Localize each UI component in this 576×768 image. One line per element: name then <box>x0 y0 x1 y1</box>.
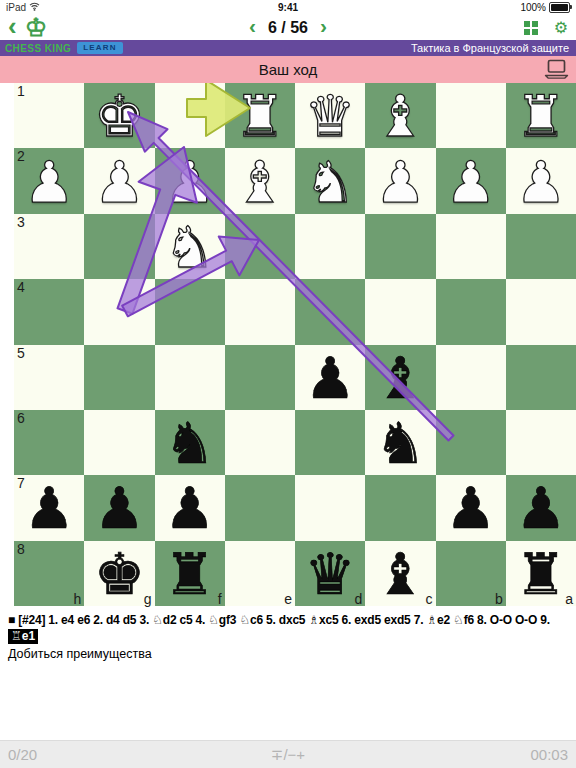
black-bishop[interactable]: ♝ <box>375 546 426 603</box>
nav-bar: ‹ ♔ ‹ 6 / 56 › ⚙ <box>0 15 576 40</box>
square-f4[interactable] <box>155 279 225 344</box>
square-g6[interactable] <box>84 410 154 475</box>
back-button[interactable]: ‹ <box>8 15 17 37</box>
learn-badge: LEARN <box>77 42 123 54</box>
black-pawn[interactable]: ♟ <box>445 480 496 537</box>
square-a5[interactable] <box>506 345 576 410</box>
puzzle-goal-text: Добиться преимущества <box>8 647 570 661</box>
black-pawn[interactable]: ♟ <box>24 480 75 537</box>
square-h4[interactable]: 4 <box>14 279 84 344</box>
white-queen[interactable]: ♛ <box>305 88 356 145</box>
file-label-h: h <box>73 591 81 607</box>
square-a8[interactable]: a♜ <box>506 541 576 606</box>
square-g2[interactable]: ♟ <box>84 148 154 213</box>
square-h3[interactable]: 3 <box>14 214 84 279</box>
square-d6[interactable] <box>295 410 365 475</box>
square-c5[interactable]: ♝ <box>365 345 435 410</box>
square-c8[interactable]: c♝ <box>365 541 435 606</box>
white-pawn[interactable]: ♟ <box>164 154 215 211</box>
square-a3[interactable] <box>506 214 576 279</box>
chess-king-logo-icon[interactable]: ♔ <box>25 15 47 40</box>
square-c7[interactable] <box>365 475 435 540</box>
rank-label-1: 1 <box>17 83 25 99</box>
square-h1[interactable]: 1 <box>14 83 84 148</box>
computer-opponent-icon[interactable] <box>544 59 569 84</box>
square-e3[interactable] <box>225 214 295 279</box>
rank-label-5: 5 <box>17 345 25 361</box>
square-c1[interactable]: ♝ <box>365 83 435 148</box>
rank-label-7: 7 <box>17 475 25 491</box>
square-f6[interactable]: ♞ <box>155 410 225 475</box>
square-a7[interactable]: ♟ <box>506 475 576 540</box>
square-b6[interactable] <box>436 410 506 475</box>
rank-label-2: 2 <box>17 148 25 164</box>
square-d2[interactable]: ♞ <box>295 148 365 213</box>
settings-gear-icon[interactable]: ⚙ <box>554 20 568 36</box>
black-rook[interactable]: ♜ <box>164 546 215 603</box>
square-b8[interactable]: b <box>436 541 506 606</box>
square-c2[interactable]: ♟ <box>365 148 435 213</box>
square-f3[interactable]: ♞ <box>155 214 225 279</box>
white-pawn[interactable]: ♟ <box>445 154 496 211</box>
square-d8[interactable]: d♛ <box>295 541 365 606</box>
square-e2[interactable]: ♝ <box>225 148 295 213</box>
file-label-d: d <box>354 591 362 607</box>
square-e8[interactable]: e <box>225 541 295 606</box>
wifi-icon <box>29 2 40 13</box>
square-b4[interactable] <box>436 279 506 344</box>
square-h2[interactable]: 2♟ <box>14 148 84 213</box>
square-a1[interactable]: ♜ <box>506 83 576 148</box>
next-puzzle-button[interactable]: › <box>320 17 327 35</box>
score-counter: 0/20 <box>8 746 37 763</box>
square-f2[interactable]: ♟ <box>155 148 225 213</box>
clock-time: 9:41 <box>278 2 298 13</box>
puzzle-counter: 6 / 56 <box>268 19 308 37</box>
square-h8[interactable]: 8h <box>14 541 84 606</box>
rank-label-3: 3 <box>17 214 25 230</box>
file-label-f: f <box>218 591 222 607</box>
black-rook[interactable]: ♜ <box>515 546 566 603</box>
black-knight[interactable]: ♞ <box>164 415 215 472</box>
square-e6[interactable] <box>225 410 295 475</box>
rank-label-8: 8 <box>17 541 25 557</box>
square-h5[interactable]: 5 <box>14 345 84 410</box>
square-d5[interactable]: ♟ <box>295 345 365 410</box>
white-bishop[interactable]: ♝ <box>234 154 285 211</box>
turn-banner: Ваш ход <box>0 56 576 83</box>
square-c6[interactable]: ♞ <box>365 410 435 475</box>
move-list[interactable]: ■ [#24] 1. e4 e6 2. d4 d5 3. ♘d2 c5 4. ♘… <box>8 613 570 627</box>
white-pawn[interactable]: ♟ <box>94 154 145 211</box>
file-label-c: c <box>426 591 433 607</box>
square-f7[interactable]: ♟ <box>155 475 225 540</box>
black-king[interactable]: ♚ <box>94 546 145 603</box>
white-king[interactable]: ♚ <box>94 88 145 145</box>
battery-icon <box>549 2 570 13</box>
battery-percent: 100% <box>520 2 546 13</box>
moves-panel: ■ [#24] 1. e4 e6 2. d4 d5 3. ♘d2 c5 4. ♘… <box>0 606 576 661</box>
square-c3[interactable] <box>365 214 435 279</box>
white-rook[interactable]: ♜ <box>234 88 285 145</box>
square-f8[interactable]: f♜ <box>155 541 225 606</box>
square-b1[interactable] <box>436 83 506 148</box>
square-f5[interactable] <box>155 345 225 410</box>
timer-label: 00:03 <box>530 746 568 763</box>
app-name: CHESS KING <box>5 43 71 54</box>
black-pawn[interactable]: ♟ <box>515 480 566 537</box>
square-h6[interactable]: 6 <box>14 410 84 475</box>
square-a4[interactable] <box>506 279 576 344</box>
course-title: Тактика в Французской защите <box>411 42 571 54</box>
square-g4[interactable] <box>84 279 154 344</box>
black-pawn[interactable]: ♟ <box>164 480 215 537</box>
square-b3[interactable] <box>436 214 506 279</box>
turn-banner-text: Ваш ход <box>259 61 318 78</box>
white-rook[interactable]: ♜ <box>515 88 566 145</box>
black-queen[interactable]: ♛ <box>305 546 356 603</box>
bottom-bar: 0/20 ∓/−+ 00:03 <box>0 740 576 768</box>
square-h7[interactable]: 7♟ <box>14 475 84 540</box>
square-b2[interactable]: ♟ <box>436 148 506 213</box>
square-a2[interactable]: ♟ <box>506 148 576 213</box>
square-e5[interactable] <box>225 345 295 410</box>
square-b5[interactable] <box>436 345 506 410</box>
square-e7[interactable] <box>225 475 295 540</box>
white-bishop[interactable]: ♝ <box>375 88 426 145</box>
rank-label-6: 6 <box>17 410 25 426</box>
prev-puzzle-button[interactable]: ‹ <box>249 17 256 35</box>
square-b7[interactable]: ♟ <box>436 475 506 540</box>
app-screen: iPad 9:41 100% ‹ ♔ ‹ 6 / 56 › ⚙ CHESS KI… <box>0 0 576 768</box>
square-d4[interactable] <box>295 279 365 344</box>
square-e4[interactable] <box>225 279 295 344</box>
square-g7[interactable]: ♟ <box>84 475 154 540</box>
square-d3[interactable] <box>295 214 365 279</box>
black-pawn[interactable]: ♟ <box>94 480 145 537</box>
brand-bar: CHESS KING LEARN Тактика в Французской з… <box>0 40 576 56</box>
rank-label-4: 4 <box>17 279 25 295</box>
black-bishop[interactable]: ♝ <box>375 350 426 407</box>
square-e1[interactable]: ♜ <box>225 83 295 148</box>
chess-board: 1♚♜♛♝♜2♟♟♟♝♞♟♟♟3♞45♟♝6♞♞7♟♟♟♟♟8hg♚f♜ed♛c… <box>14 83 576 606</box>
square-d1[interactable]: ♛ <box>295 83 365 148</box>
square-g1[interactable]: ♚ <box>84 83 154 148</box>
white-knight[interactable]: ♞ <box>305 154 356 211</box>
square-f1[interactable] <box>155 83 225 148</box>
current-move-highlight[interactable]: ♖e1 <box>8 629 38 644</box>
status-bar: iPad 9:41 100% <box>0 0 576 15</box>
white-knight[interactable]: ♞ <box>164 219 215 276</box>
white-pawn[interactable]: ♟ <box>24 154 75 211</box>
square-a6[interactable] <box>506 410 576 475</box>
white-pawn[interactable]: ♟ <box>515 154 566 211</box>
square-c4[interactable] <box>365 279 435 344</box>
evaluation-label: ∓/−+ <box>271 746 305 764</box>
black-pawn[interactable]: ♟ <box>305 350 356 407</box>
file-label-a: a <box>565 591 573 607</box>
square-g5[interactable] <box>84 345 154 410</box>
file-label-b: b <box>495 591 503 607</box>
puzzle-list-grid-icon[interactable] <box>524 21 538 35</box>
square-g3[interactable] <box>84 214 154 279</box>
white-pawn[interactable]: ♟ <box>375 154 426 211</box>
file-label-e: e <box>284 591 292 607</box>
file-label-g: g <box>144 591 152 607</box>
black-knight[interactable]: ♞ <box>375 415 426 472</box>
square-g8[interactable]: g♚ <box>84 541 154 606</box>
square-d7[interactable] <box>295 475 365 540</box>
